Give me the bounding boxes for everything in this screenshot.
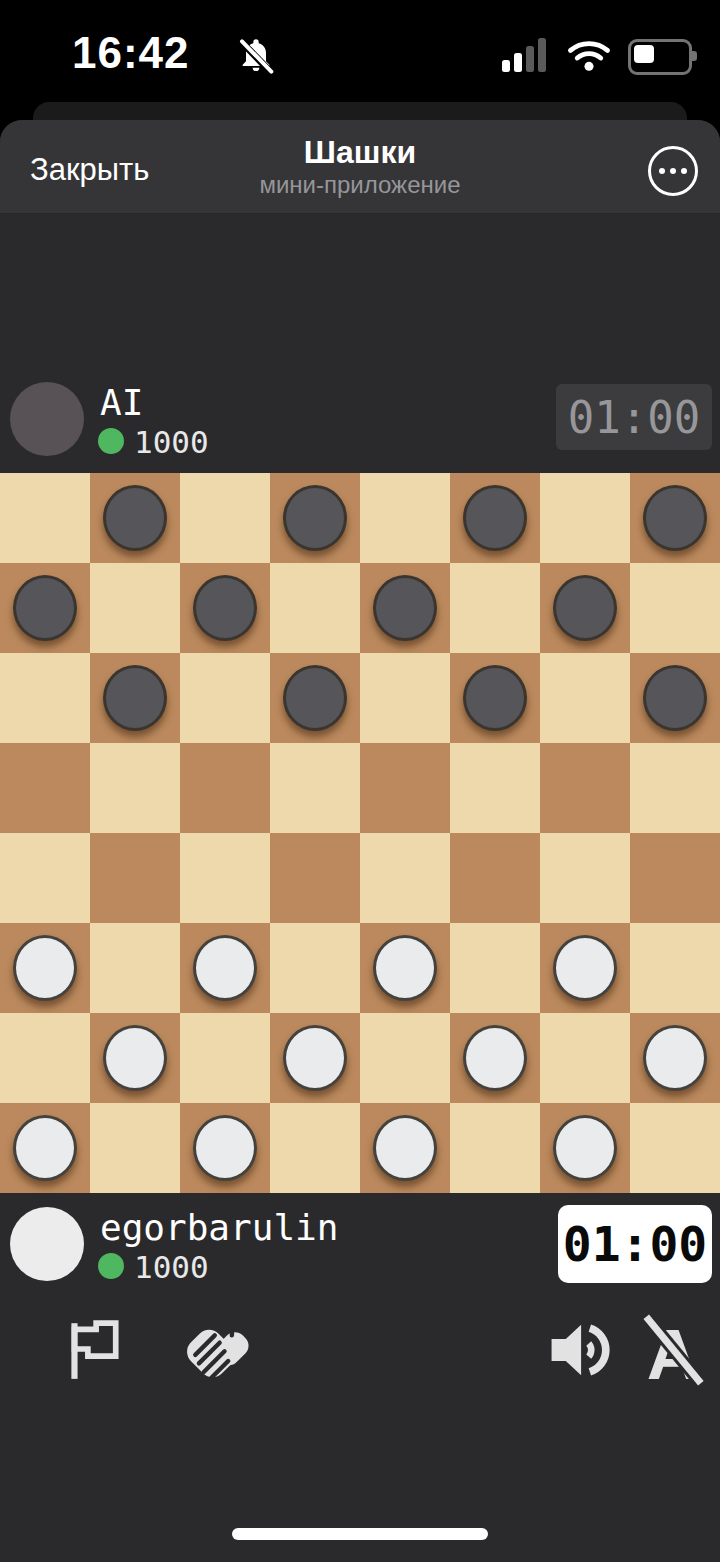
square-e4[interactable] [360, 833, 450, 923]
app-subtitle: мини-приложение [0, 170, 720, 200]
checker-dark[interactable] [283, 485, 347, 551]
square-c3[interactable] [180, 923, 270, 1013]
square-b6[interactable] [90, 653, 180, 743]
checker-white[interactable] [643, 1025, 707, 1091]
square-f5[interactable] [450, 743, 540, 833]
player-timer: 01:00 [558, 1205, 712, 1283]
player-avatar[interactable] [10, 1207, 84, 1281]
battery-nub [692, 51, 697, 61]
checker-white[interactable] [13, 935, 77, 1001]
checker-dark[interactable] [643, 485, 707, 551]
square-g8[interactable] [540, 473, 630, 563]
checker-dark[interactable] [463, 665, 527, 731]
status-time: 16:42 [72, 28, 190, 78]
ellipsis-dot [670, 168, 676, 174]
player-name: egorbarulin [100, 1207, 338, 1248]
square-e1[interactable] [360, 1103, 450, 1193]
checker-white[interactable] [193, 935, 257, 1001]
square-d1[interactable] [270, 1103, 360, 1193]
square-g5[interactable] [540, 743, 630, 833]
checker-white[interactable] [373, 935, 437, 1001]
square-e2[interactable] [360, 1013, 450, 1103]
more-options-button[interactable] [648, 146, 698, 196]
square-b5[interactable] [90, 743, 180, 833]
cellular-signal-icon [502, 38, 550, 76]
handshake-icon [177, 1310, 255, 1393]
battery-fill [634, 45, 654, 63]
opponent-rating: 1000 [134, 424, 209, 460]
square-a2[interactable] [0, 1013, 90, 1103]
wifi-icon [566, 38, 612, 76]
square-d6[interactable] [270, 653, 360, 743]
speaker-icon [545, 1315, 615, 1388]
mini-app-sheet: Закрыть Шашки мини-приложение AI 1000 01… [0, 120, 720, 1562]
square-h5[interactable] [630, 743, 720, 833]
square-g6[interactable] [540, 653, 630, 743]
square-h1[interactable] [630, 1103, 720, 1193]
checker-dark[interactable] [643, 665, 707, 731]
checker-dark[interactable] [553, 575, 617, 641]
checker-white[interactable] [553, 935, 617, 1001]
offer-draw-button[interactable] [178, 1310, 254, 1392]
square-h2[interactable] [630, 1013, 720, 1103]
checker-dark[interactable] [103, 665, 167, 731]
square-d5[interactable] [270, 743, 360, 833]
app-title: Шашки [0, 134, 720, 170]
opponent-name: AI [100, 382, 143, 423]
checker-white[interactable] [373, 1115, 437, 1181]
square-h4[interactable] [630, 833, 720, 923]
square-a3[interactable] [0, 923, 90, 1013]
square-c1[interactable] [180, 1103, 270, 1193]
square-e3[interactable] [360, 923, 450, 1013]
square-a5[interactable] [0, 743, 90, 833]
checker-white[interactable] [103, 1025, 167, 1091]
player-row: egorbarulin 1000 01:00 [0, 1205, 720, 1295]
square-c5[interactable] [180, 743, 270, 833]
square-g3[interactable] [540, 923, 630, 1013]
coordinates-toggle-button[interactable]: A [632, 1310, 708, 1392]
square-h6[interactable] [630, 653, 720, 743]
opponent-timer: 01:00 [556, 384, 712, 450]
square-h8[interactable] [630, 473, 720, 563]
square-f3[interactable] [450, 923, 540, 1013]
flag-icon [59, 1314, 125, 1389]
square-e8[interactable] [360, 473, 450, 563]
square-g4[interactable] [540, 833, 630, 923]
player-rating: 1000 [134, 1249, 209, 1285]
square-c4[interactable] [180, 833, 270, 923]
checker-dark[interactable] [373, 575, 437, 641]
square-h3[interactable] [630, 923, 720, 1013]
square-f7[interactable] [450, 563, 540, 653]
square-c8[interactable] [180, 473, 270, 563]
game-toolbar: A [0, 1310, 720, 1400]
square-b7[interactable] [90, 563, 180, 653]
square-a1[interactable] [0, 1103, 90, 1193]
square-f8[interactable] [450, 473, 540, 563]
square-h7[interactable] [630, 563, 720, 653]
square-b2[interactable] [90, 1013, 180, 1103]
square-f2[interactable] [450, 1013, 540, 1103]
screen: 16:42 [0, 0, 720, 1562]
square-e7[interactable] [360, 563, 450, 653]
home-indicator[interactable] [232, 1528, 488, 1540]
square-b8[interactable] [90, 473, 180, 563]
square-g7[interactable] [540, 563, 630, 653]
header-titles: Шашки мини-приложение [0, 134, 720, 200]
checker-dark[interactable] [463, 485, 527, 551]
opponent-row: AI 1000 01:00 [0, 380, 720, 470]
square-c2[interactable] [180, 1013, 270, 1103]
checker-white[interactable] [283, 1025, 347, 1091]
square-e6[interactable] [360, 653, 450, 743]
ellipsis-dot [681, 168, 687, 174]
ellipsis-dot [659, 168, 665, 174]
square-a4[interactable] [0, 833, 90, 923]
square-a8[interactable] [0, 473, 90, 563]
checker-dark[interactable] [103, 485, 167, 551]
square-d3[interactable] [270, 923, 360, 1013]
square-g2[interactable] [540, 1013, 630, 1103]
mini-app-header: Закрыть Шашки мини-приложение [0, 120, 720, 214]
checker-white[interactable] [13, 1115, 77, 1181]
square-b3[interactable] [90, 923, 180, 1013]
letter-a-slash-icon: A [632, 1312, 708, 1391]
online-dot [98, 428, 124, 454]
board [0, 473, 720, 1193]
status-bar: 16:42 [0, 0, 720, 96]
square-g1[interactable] [540, 1103, 630, 1193]
online-dot [98, 1253, 124, 1279]
square-d7[interactable] [270, 563, 360, 653]
square-d8[interactable] [270, 473, 360, 563]
square-f6[interactable] [450, 653, 540, 743]
square-d4[interactable] [270, 833, 360, 923]
checker-dark[interactable] [13, 575, 77, 641]
checker-white[interactable] [463, 1025, 527, 1091]
checker-dark[interactable] [283, 665, 347, 731]
sound-button[interactable] [542, 1310, 618, 1392]
notifications-muted-icon [236, 36, 276, 80]
square-f4[interactable] [450, 833, 540, 923]
square-b1[interactable] [90, 1103, 180, 1193]
battery-icon [628, 39, 692, 75]
square-c7[interactable] [180, 563, 270, 653]
square-c6[interactable] [180, 653, 270, 743]
square-e5[interactable] [360, 743, 450, 833]
square-f1[interactable] [450, 1103, 540, 1193]
opponent-avatar[interactable] [10, 382, 84, 456]
checker-dark[interactable] [193, 575, 257, 641]
resign-button[interactable] [54, 1310, 130, 1392]
square-b4[interactable] [90, 833, 180, 923]
checker-white[interactable] [193, 1115, 257, 1181]
status-icons [502, 38, 692, 76]
square-a6[interactable] [0, 653, 90, 743]
square-d2[interactable] [270, 1013, 360, 1103]
square-a7[interactable] [0, 563, 90, 653]
checker-white[interactable] [553, 1115, 617, 1181]
